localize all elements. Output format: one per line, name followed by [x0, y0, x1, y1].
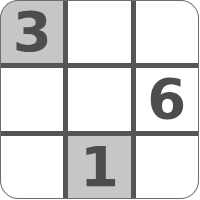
sudoku-cell-r1c2[interactable]: 6 [136, 68, 198, 130]
sudoku-cell-r2c2[interactable] [136, 136, 198, 198]
sudoku-cell-r2c1[interactable]: 1 [68, 136, 130, 198]
sudoku-board: 3 6 1 [0, 0, 199, 199]
sudoku-cell-r2c0[interactable] [1, 136, 63, 198]
sudoku-cell-r1c0[interactable] [1, 68, 63, 130]
sudoku-cell-r1c1[interactable] [68, 68, 130, 130]
sudoku-cell-r0c0[interactable]: 3 [1, 1, 63, 63]
sudoku-cell-r0c2[interactable] [136, 1, 198, 63]
sudoku-cell-r0c1[interactable] [68, 1, 130, 63]
